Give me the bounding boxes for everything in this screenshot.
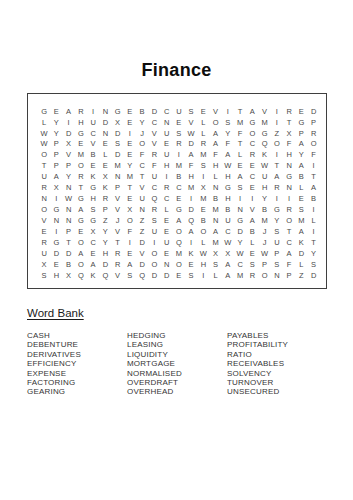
grid-cell: X [197, 182, 209, 193]
word-bank-item: FACTORING [27, 378, 127, 387]
grid-cell: F [308, 150, 320, 161]
grid-cell: M [197, 193, 209, 204]
grid-cell: X [112, 117, 124, 128]
grid-cell: T [283, 117, 295, 128]
grid-cell: S [246, 259, 258, 270]
grid-cell: D [295, 248, 307, 259]
grid-cell: U [271, 237, 283, 248]
word-bank-column: CASHDEBENTUREDERIVATIVESEFFICIENCYEXPENS… [27, 331, 127, 397]
grid-cell: C [136, 161, 148, 172]
grid-cell: Q [99, 270, 111, 281]
grid-cell: B [173, 172, 185, 183]
grid-cell: W [38, 128, 50, 139]
grid-cell: G [234, 215, 246, 226]
grid-cell: P [295, 128, 307, 139]
grid-cell: E [295, 193, 307, 204]
word-bank-item: DEBENTURE [27, 340, 127, 349]
grid-cell: R [246, 270, 258, 281]
grid-cell: V [136, 182, 148, 193]
grid-cell: S [197, 161, 209, 172]
grid-cell: W [38, 139, 50, 150]
grid-cell: C [246, 139, 258, 150]
grid-cell: E [246, 182, 258, 193]
grid-cell: A [75, 204, 87, 215]
grid-cell: A [222, 259, 234, 270]
grid-cell: O [136, 139, 148, 150]
grid-cell: A [222, 270, 234, 281]
grid-cell: E [197, 204, 209, 215]
grid-cell: E [295, 106, 307, 117]
grid-cell: V [259, 106, 271, 117]
word-bank-item: LEASING [127, 340, 227, 349]
grid-cell: C [148, 182, 160, 193]
grid-cell: H [210, 161, 222, 172]
word-search-board: GEARINGEBDCUSEVITAVIREDLYIHUDXEYCNEVLOSM… [27, 93, 327, 289]
grid-cell: I [185, 237, 197, 248]
grid-cell: E [87, 161, 99, 172]
grid-cell: A [295, 226, 307, 237]
grid-cell: S [295, 204, 307, 215]
grid-cell: V [148, 128, 160, 139]
grid-cell: N [283, 182, 295, 193]
word-bank-item: UNSECURED [227, 387, 329, 396]
grid-cell: D [63, 248, 75, 259]
grid-cell: M [259, 117, 271, 128]
grid-cell: S [210, 259, 222, 270]
grid-cell: E [124, 106, 136, 117]
grid-cell: D [136, 259, 148, 270]
grid-cell: D [234, 226, 246, 237]
grid-cell: T [271, 161, 283, 172]
word-bank-item: LIQUIDITY [127, 350, 227, 359]
grid-cell: O [75, 237, 87, 248]
grid-cell: C [234, 259, 246, 270]
grid-cell: E [246, 161, 258, 172]
grid-cell: P [112, 182, 124, 193]
word-bank-item: DERIVATIVES [27, 350, 127, 359]
grid-cell: D [308, 270, 320, 281]
grid-cell: H [99, 248, 111, 259]
grid-cell: X [87, 226, 99, 237]
grid-cell: B [63, 259, 75, 270]
grid-cell: E [161, 226, 173, 237]
grid-cell: N [210, 182, 222, 193]
grid-cell: E [124, 117, 136, 128]
grid-cell: V [112, 270, 124, 281]
grid-cell: E [124, 193, 136, 204]
grid-cell: P [50, 150, 62, 161]
grid-cell: H [185, 172, 197, 183]
grid-cell: Y [222, 128, 234, 139]
grid-cell: U [161, 150, 173, 161]
grid-cell: S [173, 128, 185, 139]
grid-cell: D [136, 237, 148, 248]
grid-cell: X [50, 182, 62, 193]
grid-cell: X [99, 172, 111, 183]
grid-cell: T [308, 172, 320, 183]
grid-cell: M [112, 161, 124, 172]
grid-cell: A [75, 248, 87, 259]
grid-cell: O [38, 150, 50, 161]
word-bank-column: PAYABLESPROFITABILITYRATIORECEIVABLESSOL… [227, 331, 329, 397]
grid-cell: P [63, 226, 75, 237]
grid-cell: M [234, 117, 246, 128]
grid-cell: P [283, 270, 295, 281]
word-bank-item: PROFITABILITY [227, 340, 329, 349]
grid-cell: A [283, 248, 295, 259]
grid-cell: G [75, 128, 87, 139]
grid-cell: I [271, 106, 283, 117]
grid-cell: P [50, 139, 62, 150]
grid-cell: I [124, 237, 136, 248]
grid-cell: E [124, 248, 136, 259]
grid-cell: N [63, 204, 75, 215]
grid-cell: Y [259, 193, 271, 204]
grid-cell: V [148, 139, 160, 150]
grid-cell: U [148, 172, 160, 183]
grid-cell: T [234, 139, 246, 150]
word-bank-item: TURNOVER [227, 378, 329, 387]
grid-cell: R [75, 172, 87, 183]
grid-cell: W [63, 193, 75, 204]
grid-cell: R [75, 106, 87, 117]
grid-cell: Y [50, 128, 62, 139]
grid-cell: P [63, 161, 75, 172]
word-bank-item: SOLVENCY [227, 369, 329, 378]
grid-cell: O [283, 215, 295, 226]
grid-cell: D [148, 270, 160, 281]
grid-cell: S [148, 215, 160, 226]
grid-cell: R [271, 182, 283, 193]
grid-cell: E [99, 139, 111, 150]
grid-cell: W [185, 128, 197, 139]
grid-cell: K [259, 150, 271, 161]
grid-cell: F [136, 150, 148, 161]
grid-cell: R [308, 128, 320, 139]
grid-cell: J [259, 237, 271, 248]
grid-cell: B [295, 172, 307, 183]
grid-cell: E [234, 161, 246, 172]
grid-cell: I [234, 193, 246, 204]
grid-cell: O [75, 161, 87, 172]
grid-cell: X [222, 248, 234, 259]
grid-cell: T [124, 182, 136, 193]
grid-cell: G [295, 117, 307, 128]
grid-cell: E [124, 150, 136, 161]
grid-cell: T [283, 226, 295, 237]
grid-cell: C [148, 117, 160, 128]
grid-cell: V [112, 204, 124, 215]
grid-cell: O [271, 139, 283, 150]
grid-cell: O [246, 128, 258, 139]
word-bank-item: GEARING [27, 387, 127, 396]
grid-cell: M [234, 270, 246, 281]
grid-cell: C [222, 226, 234, 237]
word-bank-item: EFFICIENCY [27, 359, 127, 368]
grid-cell: W [259, 248, 271, 259]
word-bank-item: CASH [27, 331, 127, 340]
grid-cell: S [112, 139, 124, 150]
grid-cell: T [75, 182, 87, 193]
grid-cell: D [99, 117, 111, 128]
grid-cell: E [161, 139, 173, 150]
grid-cell: D [308, 106, 320, 117]
grid-cell: S [185, 106, 197, 117]
grid-cell: S [222, 117, 234, 128]
grid-cell: N [63, 215, 75, 226]
grid-cell: O [148, 248, 160, 259]
grid-cell: O [308, 139, 320, 150]
grid-cell: H [259, 182, 271, 193]
grid-cell: Q [75, 270, 87, 281]
grid-cell: P [259, 259, 271, 270]
grid-cell: W [222, 237, 234, 248]
grid-cell: K [99, 182, 111, 193]
grid-cell: L [38, 117, 50, 128]
grid-cell: C [283, 237, 295, 248]
grid-cell: H [87, 193, 99, 204]
grid-cell: A [210, 128, 222, 139]
grid-cell: A [185, 226, 197, 237]
grid-cell: I [161, 172, 173, 183]
grid-cell: M [295, 215, 307, 226]
grid-cell: I [197, 270, 209, 281]
grid-cell: Y [99, 226, 111, 237]
grid-cell: S [87, 204, 99, 215]
grid-cell: W [222, 161, 234, 172]
grid-cell: F [185, 161, 197, 172]
grid-cell: U [161, 128, 173, 139]
grid-cell: G [246, 117, 258, 128]
grid-cell: F [222, 139, 234, 150]
grid-cell: O [38, 204, 50, 215]
word-bank-item: RECEIVABLES [227, 359, 329, 368]
grid-cell: H [222, 172, 234, 183]
grid-cell: A [246, 106, 258, 117]
grid-cell: O [259, 270, 271, 281]
grid-cell: D [112, 150, 124, 161]
grid-cell: U [161, 237, 173, 248]
grid-cell: D [112, 128, 124, 139]
grid-cell: R [283, 204, 295, 215]
grid-cell: I [308, 226, 320, 237]
grid-cell: A [246, 215, 258, 226]
grid-cell: A [124, 259, 136, 270]
word-bank-item: OVERDRAFT [127, 378, 227, 387]
grid-cell: O [75, 259, 87, 270]
grid-cell: T [38, 161, 50, 172]
grid-cell: B [308, 193, 320, 204]
grid-cell: I [271, 150, 283, 161]
grid-cell: A [185, 150, 197, 161]
grid-cell: S [271, 226, 283, 237]
grid-cell: A [222, 150, 234, 161]
grid-cell: B [222, 204, 234, 215]
grid-cell: P [308, 117, 320, 128]
word-bank-column: HEDGINGLEASINGLIQUIDITYMORTGAGENORMALISE… [127, 331, 227, 397]
grid-cell: G [38, 106, 50, 117]
grid-cell: A [295, 139, 307, 150]
grid-cell: M [173, 161, 185, 172]
grid-cell: U [173, 106, 185, 117]
grid-cell: X [63, 139, 75, 150]
grid-cell: D [63, 128, 75, 139]
grid-cell: M [197, 150, 209, 161]
grid-cell: N [99, 106, 111, 117]
grid-cell: G [271, 204, 283, 215]
grid-cell: N [38, 193, 50, 204]
grid-cell: W [197, 248, 209, 259]
grid-cell: R [173, 139, 185, 150]
grid-cell: U [38, 248, 50, 259]
worksheet-page: Finance GEARINGEBDCUSEVITAVIREDLYIHUDXEY… [0, 0, 353, 500]
grid-cell: G [87, 215, 99, 226]
grid-cell: Y [136, 117, 148, 128]
grid-cell: D [185, 139, 197, 150]
grid-cell: I [246, 193, 258, 204]
grid-cell: Z [295, 270, 307, 281]
grid-cell: G [222, 182, 234, 193]
grid-cell: E [185, 259, 197, 270]
grid-cell: L [161, 204, 173, 215]
grid-cell: V [87, 139, 99, 150]
word-bank-item: PAYABLES [227, 331, 329, 340]
grid-cell: Q [173, 237, 185, 248]
grid-cell: Y [124, 161, 136, 172]
grid-cell: G [87, 182, 99, 193]
grid-cell: U [87, 117, 99, 128]
grid-cell: L [197, 128, 209, 139]
grid-cell: Q [136, 270, 148, 281]
grid-cell: I [197, 172, 209, 183]
grid-cell: O [124, 215, 136, 226]
grid-cell: N [50, 215, 62, 226]
grid-cell: I [308, 204, 320, 215]
grid-cell: N [283, 161, 295, 172]
grid-cell: U [38, 172, 50, 183]
grid-cell: V [63, 150, 75, 161]
word-bank-item: EXPENSE [27, 369, 127, 378]
grid-cell: X [210, 248, 222, 259]
grid-cell: C [87, 128, 99, 139]
grid-cell: B [197, 215, 209, 226]
grid-cell: N [161, 117, 173, 128]
grid-cell: Y [50, 117, 62, 128]
grid-cell: R [197, 139, 209, 150]
grid-cell: U [148, 226, 160, 237]
grid-cell: I [271, 193, 283, 204]
grid-cell: O [173, 226, 185, 237]
grid-cell: V [210, 106, 222, 117]
grid-cell: H [283, 150, 295, 161]
grid-cell: E [99, 161, 111, 172]
grid-cell: E [50, 259, 62, 270]
grid-cell: A [173, 215, 185, 226]
grid-cell: T [234, 106, 246, 117]
grid-cell: K [87, 270, 99, 281]
grid-cell: H [222, 193, 234, 204]
word-bank-columns: CASHDEBENTUREDERIVATIVESEFFICIENCYEXPENS… [27, 331, 329, 397]
grid-cell: E [173, 270, 185, 281]
grid-cell: I [222, 106, 234, 117]
grid-cell: F [283, 139, 295, 150]
grid-cell: Q [259, 139, 271, 150]
grid-cell: F [210, 150, 222, 161]
grid-cell: Z [136, 215, 148, 226]
puzzle-title: Finance [0, 60, 353, 81]
grid-cell: A [308, 182, 320, 193]
grid-cell: Z [271, 128, 283, 139]
grid-cell: I [185, 193, 197, 204]
grid-cell: W [234, 248, 246, 259]
grid-cell: I [173, 150, 185, 161]
grid-cell: X [283, 128, 295, 139]
grid-cell: A [234, 172, 246, 183]
grid-cell: V [246, 204, 258, 215]
grid-cell: M [124, 172, 136, 183]
word-bank-item: NORMALISED [127, 369, 227, 378]
grid-cell: H [161, 161, 173, 172]
grid-cell: L [210, 270, 222, 281]
grid-cell: S [185, 270, 197, 281]
grid-cell: R [38, 182, 50, 193]
grid-cell: R [99, 193, 111, 204]
grid-cell: V [112, 226, 124, 237]
grid-cell: L [197, 237, 209, 248]
grid-cell: E [161, 215, 173, 226]
grid-cell: V [136, 248, 148, 259]
grid-cell: Y [271, 215, 283, 226]
grid-cell: Y [295, 150, 307, 161]
grid-cell: A [87, 259, 99, 270]
grid-cell: X [124, 204, 136, 215]
grid-cell: L [308, 215, 320, 226]
grid-cell: P [271, 248, 283, 259]
grid-cell: Y [63, 172, 75, 183]
grid-cell: R [246, 150, 258, 161]
grid-cell: K [185, 248, 197, 259]
grid-cell: N [63, 182, 75, 193]
grid-cell: M [259, 215, 271, 226]
grid-cell: G [259, 128, 271, 139]
grid-cell: S [124, 270, 136, 281]
grid-cell: O [148, 259, 160, 270]
grid-cell: J [136, 128, 148, 139]
grid-cell: B [210, 193, 222, 204]
grid-cell: I [63, 117, 75, 128]
grid-cell: N [99, 128, 111, 139]
grid-cell: U [259, 172, 271, 183]
grid-cell: P [99, 204, 111, 215]
grid-cell: C [161, 106, 173, 117]
grid-cell: T [136, 172, 148, 183]
grid-cell: A [295, 161, 307, 172]
grid-cell: F [124, 226, 136, 237]
grid-cell: H [75, 117, 87, 128]
grid-cell: L [197, 117, 209, 128]
grid-cell: B [87, 150, 99, 161]
grid-cell: I [124, 128, 136, 139]
grid-cell: N [234, 204, 246, 215]
grid-cell: J [112, 215, 124, 226]
grid-cell: M [75, 150, 87, 161]
grid-cell: L [295, 259, 307, 270]
grid-cell: S [271, 259, 283, 270]
grid-cell: E [50, 106, 62, 117]
grid-cell: B [136, 106, 148, 117]
grid-cell: R [161, 182, 173, 193]
grid-cell: I [148, 237, 160, 248]
